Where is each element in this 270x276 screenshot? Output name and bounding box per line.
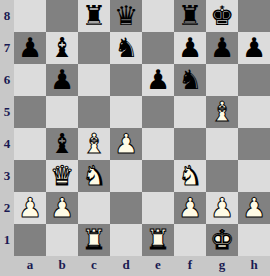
square-e8[interactable] bbox=[142, 0, 174, 32]
black-rook-c8[interactable]: ♜ bbox=[78, 0, 110, 32]
square-f4[interactable] bbox=[174, 128, 206, 160]
square-h4[interactable] bbox=[238, 128, 270, 160]
square-c5[interactable] bbox=[78, 96, 110, 128]
square-a4[interactable] bbox=[14, 128, 46, 160]
square-f6[interactable]: ♞ bbox=[174, 64, 206, 96]
file-label-d: d bbox=[110, 256, 142, 276]
square-d4[interactable]: ♟ bbox=[110, 128, 142, 160]
file-label-c: c bbox=[78, 256, 110, 276]
square-b4[interactable]: ♝ bbox=[46, 128, 78, 160]
square-g3[interactable] bbox=[206, 160, 238, 192]
square-d5[interactable] bbox=[110, 96, 142, 128]
square-d6[interactable] bbox=[110, 64, 142, 96]
file-labels: abcdefgh bbox=[14, 256, 270, 276]
file-label-g: g bbox=[206, 256, 238, 276]
white-king-g1[interactable]: ♚ bbox=[206, 224, 238, 256]
square-e6[interactable]: ♟ bbox=[142, 64, 174, 96]
square-e5[interactable] bbox=[142, 96, 174, 128]
square-d2[interactable] bbox=[110, 192, 142, 224]
black-king-g8[interactable]: ♚ bbox=[206, 0, 238, 32]
square-d1[interactable] bbox=[110, 224, 142, 256]
square-e4[interactable] bbox=[142, 128, 174, 160]
square-a3[interactable] bbox=[14, 160, 46, 192]
square-a1[interactable] bbox=[14, 224, 46, 256]
square-f3[interactable]: ♞ bbox=[174, 160, 206, 192]
white-pawn-d4[interactable]: ♟ bbox=[110, 128, 142, 160]
square-d8[interactable]: ♛ bbox=[110, 0, 142, 32]
square-f1[interactable] bbox=[174, 224, 206, 256]
black-bishop-b7[interactable]: ♝ bbox=[46, 32, 78, 64]
rank-label-8: 8 bbox=[0, 0, 14, 32]
white-queen-b3[interactable]: ♛ bbox=[46, 160, 78, 192]
square-e2[interactable] bbox=[142, 192, 174, 224]
white-rook-e1[interactable]: ♜ bbox=[142, 224, 174, 256]
square-d7[interactable]: ♞ bbox=[110, 32, 142, 64]
square-a5[interactable] bbox=[14, 96, 46, 128]
square-h6[interactable] bbox=[238, 64, 270, 96]
square-c8[interactable]: ♜ bbox=[78, 0, 110, 32]
square-a7[interactable]: ♟ bbox=[14, 32, 46, 64]
square-c4[interactable]: ♝ bbox=[78, 128, 110, 160]
square-h8[interactable] bbox=[238, 0, 270, 32]
square-c6[interactable] bbox=[78, 64, 110, 96]
square-c2[interactable] bbox=[78, 192, 110, 224]
file-label-b: b bbox=[46, 256, 78, 276]
square-g7[interactable]: ♟ bbox=[206, 32, 238, 64]
square-g1[interactable]: ♚ bbox=[206, 224, 238, 256]
square-f5[interactable] bbox=[174, 96, 206, 128]
square-b2[interactable]: ♟ bbox=[46, 192, 78, 224]
rank-label-5: 5 bbox=[0, 96, 14, 128]
white-knight-c3[interactable]: ♞ bbox=[78, 160, 110, 192]
white-knight-f3[interactable]: ♞ bbox=[174, 160, 206, 192]
black-pawn-f7[interactable]: ♟ bbox=[174, 32, 206, 64]
rank-labels: 87654321 bbox=[0, 0, 14, 256]
black-pawn-g7[interactable]: ♟ bbox=[206, 32, 238, 64]
black-knight-d7[interactable]: ♞ bbox=[110, 32, 142, 64]
square-h7[interactable]: ♟ bbox=[238, 32, 270, 64]
square-b5[interactable] bbox=[46, 96, 78, 128]
square-h5[interactable] bbox=[238, 96, 270, 128]
square-e1[interactable]: ♜ bbox=[142, 224, 174, 256]
white-bishop-g5[interactable]: ♝ bbox=[206, 96, 238, 128]
rank-label-7: 7 bbox=[0, 32, 14, 64]
square-e7[interactable] bbox=[142, 32, 174, 64]
square-h3[interactable] bbox=[238, 160, 270, 192]
white-pawn-g2[interactable]: ♟ bbox=[206, 192, 238, 224]
black-pawn-e6[interactable]: ♟ bbox=[142, 64, 174, 96]
square-f7[interactable]: ♟ bbox=[174, 32, 206, 64]
white-pawn-f2[interactable]: ♟ bbox=[174, 192, 206, 224]
square-b1[interactable] bbox=[46, 224, 78, 256]
square-c3[interactable]: ♞ bbox=[78, 160, 110, 192]
square-g5[interactable]: ♝ bbox=[206, 96, 238, 128]
rank-label-1: 1 bbox=[0, 224, 14, 256]
rank-label-3: 3 bbox=[0, 160, 14, 192]
square-e3[interactable] bbox=[142, 160, 174, 192]
square-c1[interactable]: ♜ bbox=[78, 224, 110, 256]
square-b6[interactable]: ♟ bbox=[46, 64, 78, 96]
chess-board: ♜♛♜♚♟♝♞♟♟♟♟♟♞♝♝♝♟♛♞♞♟♟♟♟♟♜♜♚ bbox=[14, 0, 270, 256]
chess-diagram: 87654321 ♜♛♜♚♟♝♞♟♟♟♟♟♞♝♝♝♟♛♞♞♟♟♟♟♟♜♜♚ ab… bbox=[0, 0, 270, 276]
file-label-a: a bbox=[14, 256, 46, 276]
white-rook-c1[interactable]: ♜ bbox=[78, 224, 110, 256]
rank-label-2: 2 bbox=[0, 192, 14, 224]
black-bishop-b4[interactable]: ♝ bbox=[46, 128, 78, 160]
square-c7[interactable] bbox=[78, 32, 110, 64]
black-pawn-a7[interactable]: ♟ bbox=[14, 32, 46, 64]
file-label-e: e bbox=[142, 256, 174, 276]
square-a8[interactable] bbox=[14, 0, 46, 32]
square-b7[interactable]: ♝ bbox=[46, 32, 78, 64]
white-pawn-a2[interactable]: ♟ bbox=[14, 192, 46, 224]
square-h1[interactable] bbox=[238, 224, 270, 256]
square-g8[interactable]: ♚ bbox=[206, 0, 238, 32]
file-label-f: f bbox=[174, 256, 206, 276]
square-a2[interactable]: ♟ bbox=[14, 192, 46, 224]
file-label-h: h bbox=[238, 256, 270, 276]
square-b8[interactable] bbox=[46, 0, 78, 32]
square-f8[interactable]: ♜ bbox=[174, 0, 206, 32]
square-g6[interactable] bbox=[206, 64, 238, 96]
square-h2[interactable]: ♟ bbox=[238, 192, 270, 224]
black-pawn-b6[interactable]: ♟ bbox=[46, 64, 78, 96]
black-knight-f6[interactable]: ♞ bbox=[174, 64, 206, 96]
black-pawn-h7[interactable]: ♟ bbox=[238, 32, 270, 64]
square-a6[interactable] bbox=[14, 64, 46, 96]
black-queen-d8[interactable]: ♛ bbox=[110, 0, 142, 32]
square-d3[interactable] bbox=[110, 160, 142, 192]
square-f2[interactable]: ♟ bbox=[174, 192, 206, 224]
white-pawn-h2[interactable]: ♟ bbox=[238, 192, 270, 224]
rank-label-6: 6 bbox=[0, 64, 14, 96]
black-rook-f8[interactable]: ♜ bbox=[174, 0, 206, 32]
square-b3[interactable]: ♛ bbox=[46, 160, 78, 192]
white-pawn-b2[interactable]: ♟ bbox=[46, 192, 78, 224]
rank-label-4: 4 bbox=[0, 128, 14, 160]
square-g4[interactable] bbox=[206, 128, 238, 160]
square-g2[interactable]: ♟ bbox=[206, 192, 238, 224]
white-bishop-c4[interactable]: ♝ bbox=[78, 128, 110, 160]
